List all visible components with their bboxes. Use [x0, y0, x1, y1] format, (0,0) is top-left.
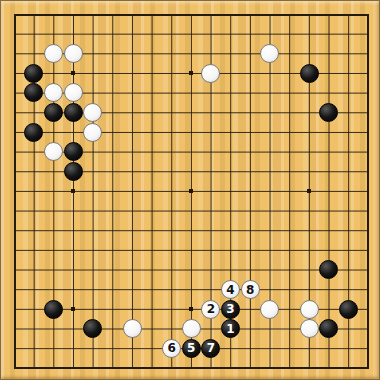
go-board[interactable]: 48231657 — [0, 0, 380, 380]
star-point — [189, 307, 193, 311]
stone-black — [83, 319, 102, 338]
stone-black — [319, 103, 338, 122]
star-point — [71, 189, 75, 193]
stone-black — [64, 142, 83, 161]
stone-white — [83, 123, 102, 142]
stone-white — [64, 83, 83, 102]
move-8-stone-white: 8 — [241, 280, 260, 299]
stone-black — [300, 64, 319, 83]
star-point — [189, 71, 193, 75]
stone-white — [44, 44, 63, 63]
stone-white — [201, 64, 220, 83]
stone-black — [339, 300, 358, 319]
stone-black — [44, 103, 63, 122]
stone-black — [319, 319, 338, 338]
stones-layer: 48231657 — [5, 5, 378, 378]
stone-white — [123, 319, 142, 338]
stone-white — [44, 142, 63, 161]
stone-white — [83, 103, 102, 122]
star-point — [307, 189, 311, 193]
stone-white — [260, 300, 279, 319]
move-4-stone-white: 4 — [221, 280, 240, 299]
stone-black — [64, 103, 83, 122]
star-point — [71, 307, 75, 311]
stone-black — [24, 83, 43, 102]
stone-black — [24, 123, 43, 142]
stone-white — [300, 300, 319, 319]
stone-black — [319, 260, 338, 279]
stone-white — [44, 83, 63, 102]
move-1-stone-black: 1 — [221, 319, 240, 338]
stone-white — [64, 44, 83, 63]
stone-white — [300, 319, 319, 338]
star-point — [189, 189, 193, 193]
star-point — [71, 71, 75, 75]
stone-white — [182, 319, 201, 338]
stone-white — [260, 44, 279, 63]
move-7-stone-black: 7 — [201, 339, 220, 358]
move-6-stone-white: 6 — [162, 339, 181, 358]
move-2-stone-white: 2 — [201, 300, 220, 319]
stone-black — [24, 64, 43, 83]
move-3-stone-black: 3 — [221, 300, 240, 319]
move-5-stone-black: 5 — [182, 339, 201, 358]
stone-black — [44, 300, 63, 319]
stone-black — [64, 162, 83, 181]
